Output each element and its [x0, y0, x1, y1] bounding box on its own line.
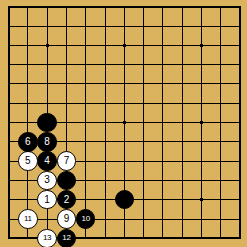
star-point	[200, 198, 203, 201]
move-number-label: 5	[25, 156, 31, 166]
go-stone-white-move-13: 13	[37, 229, 57, 247]
go-stone-black	[57, 171, 77, 191]
go-stone-black	[37, 113, 57, 133]
star-point	[200, 121, 203, 124]
go-stone-black-move-4: 4	[37, 151, 57, 171]
move-number-label: 11	[24, 215, 32, 223]
star-point	[123, 44, 126, 47]
move-number-label: 3	[44, 175, 50, 185]
go-board-diagram: 12345678910111213	[0, 0, 247, 247]
star-point	[46, 44, 49, 47]
board-intersections: 12345678910111213	[0, 0, 247, 247]
move-number-label: 7	[64, 156, 70, 166]
move-number-label: 1	[44, 195, 50, 205]
go-stone-white-move-3: 3	[37, 171, 57, 191]
move-number-label: 2	[64, 195, 70, 205]
go-stone-white-move-11: 11	[18, 209, 38, 229]
move-number-label: 8	[44, 137, 50, 147]
go-stone-white-move-5: 5	[18, 151, 38, 171]
go-stone-black-move-2: 2	[57, 190, 77, 210]
move-number-label: 13	[43, 234, 51, 242]
go-stone-black	[115, 190, 135, 210]
go-stone-black-move-12: 12	[57, 229, 77, 247]
go-stone-white-move-1: 1	[37, 190, 57, 210]
go-stone-black-move-8: 8	[37, 132, 57, 152]
go-stone-black-move-10: 10	[76, 209, 96, 229]
move-number-label: 4	[44, 156, 50, 166]
move-number-label: 9	[64, 214, 70, 224]
move-number-label: 12	[62, 234, 70, 242]
move-number-label: 6	[25, 137, 31, 147]
go-stone-black-move-6: 6	[18, 132, 38, 152]
go-stone-white-move-7: 7	[57, 151, 77, 171]
go-stone-white-move-9: 9	[57, 209, 77, 229]
star-point	[200, 44, 203, 47]
star-point	[123, 121, 126, 124]
move-number-label: 10	[82, 215, 90, 223]
